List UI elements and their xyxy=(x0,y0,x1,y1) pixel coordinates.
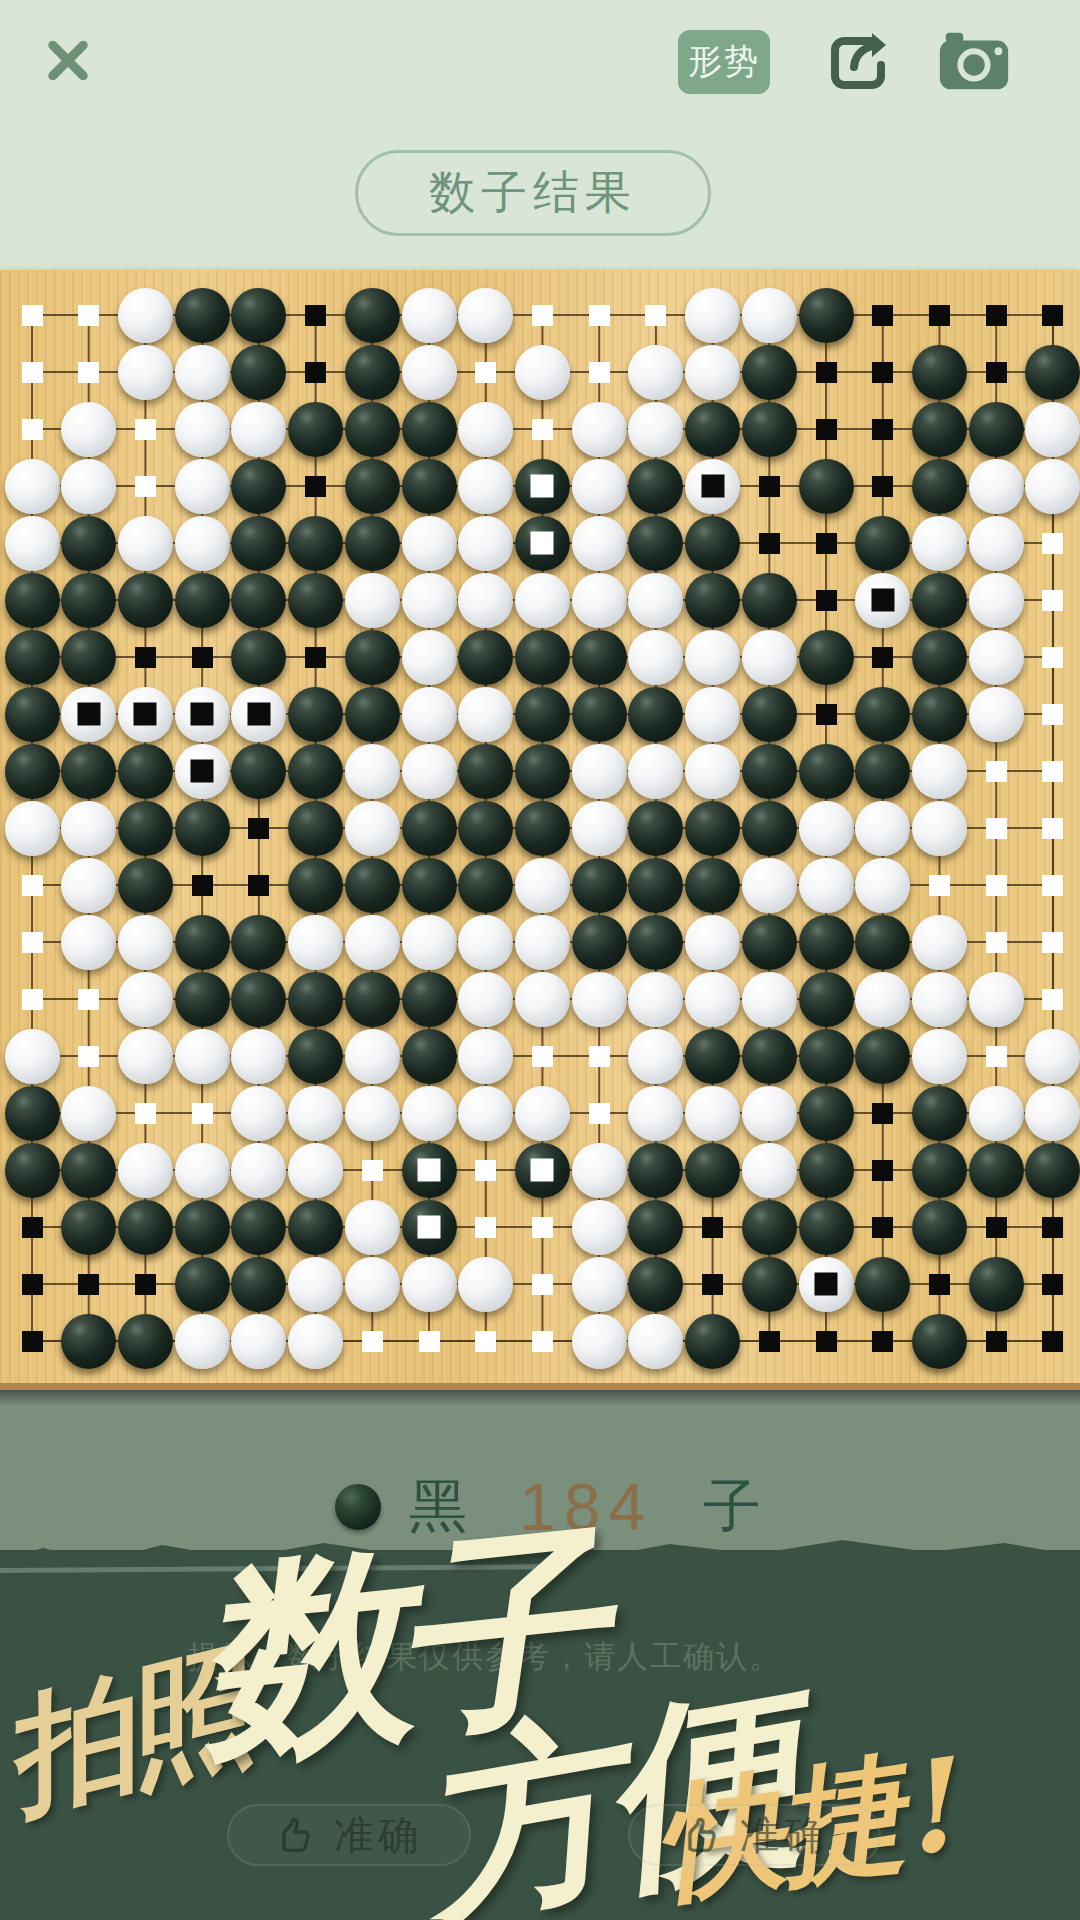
stone-white xyxy=(685,1086,740,1141)
stone-black xyxy=(345,288,400,343)
black-territory-marker xyxy=(22,1274,43,1295)
stone-black xyxy=(5,1143,60,1198)
stone-white xyxy=(402,1086,457,1141)
stone-white xyxy=(288,1314,343,1369)
stone-white xyxy=(912,972,967,1027)
black-territory-marker xyxy=(929,305,950,326)
stone-black xyxy=(402,801,457,856)
dead-stone-marker xyxy=(77,703,100,726)
stone-white xyxy=(458,573,513,628)
stone-white xyxy=(912,1029,967,1084)
stone-white xyxy=(402,516,457,571)
stone-white xyxy=(685,459,740,514)
stone-white xyxy=(515,345,570,400)
black-territory-marker xyxy=(702,1217,723,1238)
stone-black xyxy=(685,1029,740,1084)
stone-black xyxy=(288,858,343,913)
dead-stone-marker xyxy=(701,475,724,498)
stone-black xyxy=(628,1200,683,1255)
white-territory-marker xyxy=(986,761,1007,782)
stone-black xyxy=(5,744,60,799)
stone-white xyxy=(1025,459,1080,514)
stone-white xyxy=(61,915,116,970)
stone-white xyxy=(458,915,513,970)
stone-white xyxy=(742,288,797,343)
stone-black xyxy=(855,516,910,571)
dead-stone-marker xyxy=(191,760,214,783)
stone-white xyxy=(175,1029,230,1084)
white-territory-marker xyxy=(986,1046,1007,1067)
stone-white xyxy=(515,972,570,1027)
stone-black xyxy=(515,801,570,856)
stone-black xyxy=(5,630,60,685)
stone-white xyxy=(572,573,627,628)
stone-white xyxy=(118,915,173,970)
stone-black xyxy=(515,516,570,571)
stone-black xyxy=(742,1200,797,1255)
white-territory-marker xyxy=(475,1217,496,1238)
count-result: 黑 184 子 xyxy=(335,1468,761,1546)
disclaimer-text: 提示：数子结果仅供参考，请人工确认。 xyxy=(188,1636,908,1678)
accurate-button-label: 准确 xyxy=(740,1808,828,1863)
stone-white xyxy=(288,915,343,970)
black-territory-marker xyxy=(192,875,213,896)
white-territory-marker xyxy=(419,1331,440,1352)
black-territory-marker xyxy=(759,533,780,554)
camera-icon xyxy=(934,24,1014,98)
stone-black xyxy=(628,687,683,742)
stone-white xyxy=(118,288,173,343)
stone-white xyxy=(742,630,797,685)
stone-white xyxy=(572,459,627,514)
stone-black xyxy=(628,459,683,514)
stone-black xyxy=(1025,1143,1080,1198)
black-territory-marker xyxy=(872,1103,893,1124)
stone-white xyxy=(175,1143,230,1198)
stone-white xyxy=(118,687,173,742)
stone-black xyxy=(628,1143,683,1198)
stone-black xyxy=(345,687,400,742)
white-territory-marker xyxy=(532,1331,553,1352)
board-shadow xyxy=(0,1390,1080,1406)
close-button[interactable] xyxy=(40,32,96,88)
stone-black xyxy=(402,1200,457,1255)
stone-black xyxy=(288,744,343,799)
bottom-section xyxy=(0,1540,1080,1920)
stone-white xyxy=(61,687,116,742)
stone-white xyxy=(628,972,683,1027)
black-territory-marker xyxy=(872,1217,893,1238)
stone-white xyxy=(685,972,740,1027)
white-territory-marker xyxy=(1042,761,1063,782)
stone-white xyxy=(572,744,627,799)
white-territory-marker xyxy=(532,305,553,326)
stone-black xyxy=(175,1257,230,1312)
black-territory-marker xyxy=(759,476,780,497)
stone-black xyxy=(402,1029,457,1084)
stone-white xyxy=(685,630,740,685)
stone-black xyxy=(5,573,60,628)
black-territory-marker xyxy=(135,647,156,668)
stone-white xyxy=(799,1257,854,1312)
white-territory-marker xyxy=(22,305,43,326)
thumbs-up-icon xyxy=(682,1813,726,1857)
stone-black xyxy=(742,1029,797,1084)
stone-black xyxy=(231,288,286,343)
stone-black xyxy=(231,972,286,1027)
stone-black xyxy=(288,1200,343,1255)
white-territory-marker xyxy=(532,419,553,440)
stone-white xyxy=(969,972,1024,1027)
stone-white xyxy=(628,573,683,628)
stone-black xyxy=(402,858,457,913)
board-bottom-rim xyxy=(0,1383,1080,1390)
stone-black xyxy=(912,630,967,685)
stone-white xyxy=(572,1143,627,1198)
stone-white xyxy=(799,858,854,913)
stone-white xyxy=(458,972,513,1027)
stone-black xyxy=(231,459,286,514)
stone-white xyxy=(628,1086,683,1141)
stone-white xyxy=(231,1143,286,1198)
stone-black xyxy=(572,687,627,742)
black-territory-marker xyxy=(816,419,837,440)
stone-black xyxy=(175,915,230,970)
dead-stone-marker xyxy=(531,475,554,498)
stone-white xyxy=(969,459,1024,514)
stone-black xyxy=(969,1257,1024,1312)
stone-black xyxy=(288,687,343,742)
stone-black xyxy=(231,345,286,400)
white-territory-marker xyxy=(986,875,1007,896)
stone-black xyxy=(855,744,910,799)
stone-black xyxy=(515,744,570,799)
stone-white xyxy=(969,573,1024,628)
white-territory-marker xyxy=(362,1331,383,1352)
stone-black xyxy=(458,801,513,856)
stone-white xyxy=(402,915,457,970)
stone-white xyxy=(61,858,116,913)
dead-stone-marker xyxy=(247,703,270,726)
stone-black xyxy=(969,402,1024,457)
stone-black xyxy=(231,516,286,571)
stone-black xyxy=(742,573,797,628)
stone-white xyxy=(345,744,400,799)
white-territory-marker xyxy=(22,989,43,1010)
stone-white xyxy=(685,345,740,400)
white-territory-marker xyxy=(475,362,496,383)
stone-white xyxy=(288,1143,343,1198)
stone-black xyxy=(231,1200,286,1255)
stone-white xyxy=(175,459,230,514)
stone-white xyxy=(5,516,60,571)
white-territory-marker xyxy=(532,1274,553,1295)
white-territory-marker xyxy=(78,1046,99,1067)
stone-white xyxy=(572,1200,627,1255)
stone-white xyxy=(5,801,60,856)
stone-white xyxy=(61,801,116,856)
stone-black xyxy=(685,402,740,457)
stone-white xyxy=(685,288,740,343)
accurate-button-label: 准确 xyxy=(334,1808,422,1863)
black-territory-marker xyxy=(816,704,837,725)
top-bar: 形势 数子结果 xyxy=(0,0,1080,270)
black-territory-marker xyxy=(872,419,893,440)
stone-black xyxy=(61,516,116,571)
black-territory-marker xyxy=(929,1274,950,1295)
stone-white xyxy=(118,972,173,1027)
stone-white xyxy=(572,1257,627,1312)
stone-white xyxy=(572,801,627,856)
stone-black xyxy=(799,972,854,1027)
stone-black xyxy=(1025,345,1080,400)
stone-black xyxy=(288,1029,343,1084)
black-territory-marker xyxy=(305,647,326,668)
share-button[interactable] xyxy=(818,24,898,98)
stone-black xyxy=(742,345,797,400)
stone-white xyxy=(742,858,797,913)
stone-white xyxy=(912,801,967,856)
stone-black xyxy=(855,687,910,742)
stone-white xyxy=(628,345,683,400)
stone-white xyxy=(175,345,230,400)
stone-white xyxy=(175,687,230,742)
white-territory-marker xyxy=(22,932,43,953)
stone-white xyxy=(742,1143,797,1198)
situation-button[interactable]: 形势 xyxy=(678,30,770,94)
dead-stone-marker xyxy=(418,1216,441,1239)
white-territory-marker xyxy=(78,305,99,326)
stone-black xyxy=(799,1200,854,1255)
stone-white xyxy=(628,1029,683,1084)
stone-black xyxy=(685,573,740,628)
stone-black xyxy=(572,630,627,685)
black-territory-marker xyxy=(986,305,1007,326)
stone-black xyxy=(799,288,854,343)
stone-white xyxy=(1025,402,1080,457)
stone-black xyxy=(685,1314,740,1369)
stone-black xyxy=(231,573,286,628)
black-territory-marker xyxy=(305,305,326,326)
accurate-button-secondary[interactable]: 准确 xyxy=(628,1804,881,1866)
stone-white xyxy=(402,744,457,799)
stone-black xyxy=(912,1086,967,1141)
stone-white xyxy=(175,516,230,571)
white-territory-marker xyxy=(589,305,610,326)
black-territory-marker xyxy=(816,533,837,554)
thumbs-up-icon xyxy=(276,1813,320,1857)
black-territory-marker xyxy=(872,362,893,383)
stone-white xyxy=(1025,1029,1080,1084)
count-unit: 子 xyxy=(703,1468,761,1546)
stone-white xyxy=(1025,1086,1080,1141)
stone-white xyxy=(345,915,400,970)
black-stone-icon xyxy=(335,1484,381,1530)
stone-black xyxy=(345,459,400,514)
dead-stone-marker xyxy=(418,1159,441,1182)
stone-black xyxy=(345,345,400,400)
stone-black xyxy=(5,687,60,742)
stone-black xyxy=(855,1029,910,1084)
stone-black xyxy=(118,801,173,856)
go-board[interactable] xyxy=(0,270,1080,1388)
stone-white xyxy=(61,402,116,457)
stone-white xyxy=(515,915,570,970)
stone-white xyxy=(685,687,740,742)
screen: 形势 数子结果 黑 184 子 xyxy=(0,0,1080,1920)
white-territory-marker xyxy=(78,989,99,1010)
stone-white xyxy=(912,915,967,970)
stone-black xyxy=(628,516,683,571)
black-territory-marker xyxy=(248,875,269,896)
black-territory-marker xyxy=(872,305,893,326)
black-territory-marker xyxy=(816,590,837,611)
stone-black xyxy=(231,915,286,970)
stone-white xyxy=(231,687,286,742)
stone-white xyxy=(458,516,513,571)
stone-black xyxy=(912,459,967,514)
stone-white xyxy=(61,1086,116,1141)
stone-black xyxy=(175,801,230,856)
black-territory-marker xyxy=(1042,1331,1063,1352)
stone-white xyxy=(458,1029,513,1084)
stone-white xyxy=(458,687,513,742)
stone-black xyxy=(799,915,854,970)
black-territory-marker xyxy=(872,476,893,497)
black-territory-marker xyxy=(135,1274,156,1295)
stone-black xyxy=(742,402,797,457)
black-territory-marker xyxy=(78,1274,99,1295)
black-territory-marker xyxy=(816,362,837,383)
stone-black xyxy=(458,858,513,913)
stone-black xyxy=(572,915,627,970)
stone-white xyxy=(572,516,627,571)
stone-black xyxy=(345,858,400,913)
stone-black xyxy=(912,687,967,742)
stone-white xyxy=(855,801,910,856)
stone-white xyxy=(345,1257,400,1312)
stone-black xyxy=(402,1143,457,1198)
white-territory-marker xyxy=(589,1103,610,1124)
stone-black xyxy=(61,1143,116,1198)
stone-black xyxy=(799,1029,854,1084)
stone-black xyxy=(969,1143,1024,1198)
stone-white xyxy=(175,1314,230,1369)
stone-black xyxy=(572,858,627,913)
white-territory-marker xyxy=(589,362,610,383)
stone-black xyxy=(231,1257,286,1312)
stone-white xyxy=(855,972,910,1027)
stone-black xyxy=(912,1200,967,1255)
stone-black xyxy=(175,573,230,628)
stone-white xyxy=(458,1086,513,1141)
white-territory-marker xyxy=(475,1331,496,1352)
stone-black xyxy=(118,573,173,628)
black-territory-marker xyxy=(986,1331,1007,1352)
stone-black xyxy=(742,687,797,742)
white-territory-marker xyxy=(475,1160,496,1181)
white-territory-marker xyxy=(22,362,43,383)
stone-black xyxy=(742,744,797,799)
stone-white xyxy=(969,630,1024,685)
stone-white xyxy=(572,1314,627,1369)
white-territory-marker xyxy=(1042,533,1063,554)
stone-black xyxy=(288,972,343,1027)
white-territory-marker xyxy=(362,1160,383,1181)
stone-white xyxy=(5,1029,60,1084)
stone-black xyxy=(515,687,570,742)
camera-button[interactable] xyxy=(934,24,1014,98)
stone-white xyxy=(402,1257,457,1312)
white-territory-marker xyxy=(135,419,156,440)
accurate-button[interactable]: 准确 xyxy=(227,1804,471,1866)
stone-white xyxy=(231,402,286,457)
stone-white xyxy=(231,1314,286,1369)
stone-black xyxy=(118,1314,173,1369)
white-territory-marker xyxy=(929,875,950,896)
stone-black xyxy=(402,402,457,457)
white-territory-marker xyxy=(135,1103,156,1124)
dead-stone-marker xyxy=(531,1159,554,1182)
stone-black xyxy=(515,459,570,514)
black-territory-marker xyxy=(1042,1217,1063,1238)
stone-white xyxy=(515,858,570,913)
black-territory-marker xyxy=(872,1160,893,1181)
stone-white xyxy=(799,801,854,856)
white-territory-marker xyxy=(1042,875,1063,896)
white-territory-marker xyxy=(532,1217,553,1238)
stone-black xyxy=(231,744,286,799)
stone-white xyxy=(345,801,400,856)
stone-white xyxy=(912,744,967,799)
stone-white xyxy=(912,516,967,571)
stone-black xyxy=(685,858,740,913)
stone-white xyxy=(402,630,457,685)
white-territory-marker xyxy=(1042,818,1063,839)
dead-stone-marker xyxy=(191,703,214,726)
white-territory-marker xyxy=(532,1046,553,1067)
stone-black xyxy=(175,288,230,343)
stone-black xyxy=(799,459,854,514)
stone-black xyxy=(458,630,513,685)
stone-black xyxy=(912,1143,967,1198)
result-title-pill: 数子结果 xyxy=(355,150,711,236)
black-territory-marker xyxy=(305,362,326,383)
stone-white xyxy=(628,402,683,457)
stone-white xyxy=(345,1029,400,1084)
stone-white xyxy=(402,288,457,343)
stone-white xyxy=(231,1029,286,1084)
black-territory-marker xyxy=(1042,305,1063,326)
white-territory-marker xyxy=(135,476,156,497)
stone-white xyxy=(345,1086,400,1141)
stone-white xyxy=(118,1143,173,1198)
stone-white xyxy=(685,744,740,799)
white-territory-marker xyxy=(1042,590,1063,611)
dead-stone-marker xyxy=(134,703,157,726)
stone-white xyxy=(288,1086,343,1141)
stone-black xyxy=(345,402,400,457)
stone-white xyxy=(969,516,1024,571)
black-territory-marker xyxy=(248,818,269,839)
stone-black xyxy=(61,1314,116,1369)
stone-black xyxy=(5,1086,60,1141)
stone-black xyxy=(118,858,173,913)
stone-black xyxy=(118,1200,173,1255)
stone-white xyxy=(118,1029,173,1084)
stone-white xyxy=(175,744,230,799)
stone-black xyxy=(685,516,740,571)
